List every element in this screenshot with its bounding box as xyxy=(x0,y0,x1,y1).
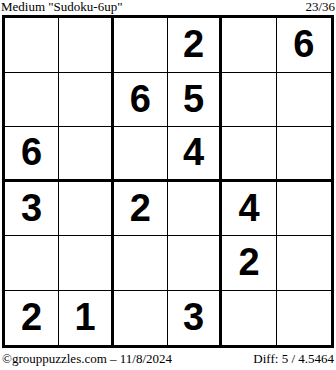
cell-r3c4-given: 4 xyxy=(168,127,222,182)
puzzle-title: Medium "Sudoku-6up" xyxy=(1,0,122,14)
cell-r3c3-empty[interactable] xyxy=(114,127,168,182)
cell-r3c1-given: 6 xyxy=(5,127,59,182)
cell-r2c1-empty[interactable] xyxy=(5,73,59,128)
cell-r5c2-empty[interactable] xyxy=(59,236,113,291)
sudoku-grid: 2665643242213 xyxy=(2,15,334,348)
cell-r3c6-empty[interactable] xyxy=(277,127,331,182)
cell-r5c6-empty[interactable] xyxy=(277,236,331,291)
cell-r4c6-empty[interactable] xyxy=(277,182,331,237)
cell-r5c1-empty[interactable] xyxy=(5,236,59,291)
cell-r1c6-given: 6 xyxy=(277,18,331,73)
cell-r5c3-empty[interactable] xyxy=(114,236,168,291)
header-row: Medium "Sudoku-6up" 23/36 xyxy=(1,0,335,15)
cell-r1c3-empty[interactable] xyxy=(114,18,168,73)
cell-r5c5-given: 2 xyxy=(222,236,276,291)
footer-row: ©grouppuzzles.com – 11/8/2024 Diff: 5 / … xyxy=(2,351,334,366)
cell-r6c5-empty[interactable] xyxy=(222,291,276,346)
cell-r3c2-empty[interactable] xyxy=(59,127,113,182)
difficulty-text: Diff: 5 / 4.5464 xyxy=(253,351,334,366)
cell-r4c2-empty[interactable] xyxy=(59,182,113,237)
cell-r2c5-empty[interactable] xyxy=(222,73,276,128)
cell-r1c1-empty[interactable] xyxy=(5,18,59,73)
cell-r4c5-given: 4 xyxy=(222,182,276,237)
cell-r6c3-empty[interactable] xyxy=(114,291,168,346)
cell-r6c2-given: 1 xyxy=(59,291,113,346)
cell-r2c4-given: 5 xyxy=(168,73,222,128)
cell-r3c5-empty[interactable] xyxy=(222,127,276,182)
cell-r1c2-empty[interactable] xyxy=(59,18,113,73)
cell-r6c6-empty[interactable] xyxy=(277,291,331,346)
cell-r6c1-given: 2 xyxy=(5,291,59,346)
cell-r2c3-given: 6 xyxy=(114,73,168,128)
cell-r4c1-given: 3 xyxy=(5,182,59,237)
cell-r1c5-empty[interactable] xyxy=(222,18,276,73)
remaining-counter: 23/36 xyxy=(305,0,335,14)
cell-r1c4-given: 2 xyxy=(168,18,222,73)
cell-r2c2-empty[interactable] xyxy=(59,73,113,128)
cell-r4c4-empty[interactable] xyxy=(168,182,222,237)
copyright-text: ©grouppuzzles.com – 11/8/2024 xyxy=(2,351,172,366)
cell-r6c4-given: 3 xyxy=(168,291,222,346)
cell-r4c3-given: 2 xyxy=(114,182,168,237)
cell-r2c6-empty[interactable] xyxy=(277,73,331,128)
cell-r5c4-empty[interactable] xyxy=(168,236,222,291)
